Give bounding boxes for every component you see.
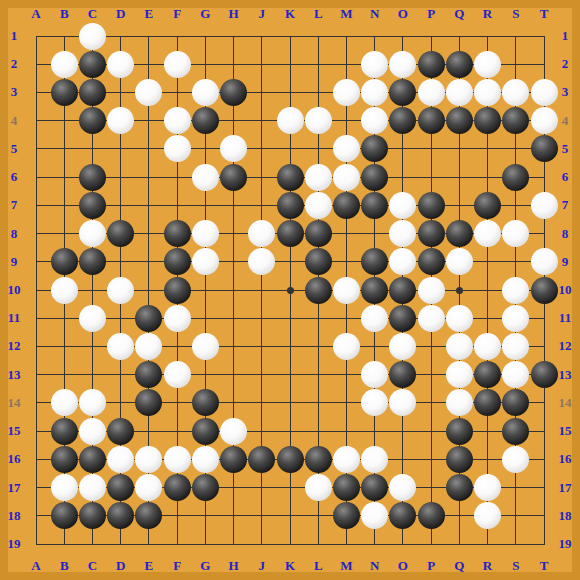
col-label-top-Q: Q bbox=[447, 7, 471, 21]
col-label-top-E: E bbox=[137, 7, 161, 21]
white-stone[interactable] bbox=[192, 248, 219, 275]
black-stone[interactable] bbox=[79, 248, 106, 275]
col-label-bottom-L: L bbox=[306, 559, 330, 573]
row-label-right-14: 14 bbox=[553, 396, 577, 410]
white-stone[interactable] bbox=[389, 51, 416, 78]
white-stone[interactable] bbox=[164, 107, 191, 134]
black-stone[interactable] bbox=[474, 361, 501, 388]
col-label-bottom-F: F bbox=[165, 559, 189, 573]
col-label-bottom-E: E bbox=[137, 559, 161, 573]
black-stone[interactable] bbox=[220, 164, 247, 191]
white-stone[interactable] bbox=[418, 79, 445, 106]
white-stone[interactable] bbox=[474, 79, 501, 106]
black-stone[interactable] bbox=[164, 220, 191, 247]
row-label-left-17: 17 bbox=[2, 481, 26, 495]
white-stone[interactable] bbox=[333, 164, 360, 191]
row-label-right-11: 11 bbox=[553, 311, 577, 325]
row-label-left-19: 19 bbox=[2, 537, 26, 551]
black-stone[interactable] bbox=[107, 474, 134, 501]
row-label-right-1: 1 bbox=[553, 29, 577, 43]
black-stone[interactable] bbox=[333, 502, 360, 529]
black-stone[interactable] bbox=[220, 446, 247, 473]
black-stone[interactable] bbox=[51, 79, 78, 106]
col-label-bottom-G: G bbox=[193, 559, 217, 573]
black-stone[interactable] bbox=[531, 277, 558, 304]
row-label-right-18: 18 bbox=[553, 509, 577, 523]
black-stone[interactable] bbox=[51, 418, 78, 445]
star-point bbox=[456, 287, 463, 294]
black-stone[interactable] bbox=[248, 446, 275, 473]
white-stone[interactable] bbox=[107, 333, 134, 360]
star-point bbox=[287, 287, 294, 294]
col-label-bottom-K: K bbox=[278, 559, 302, 573]
black-stone[interactable] bbox=[277, 164, 304, 191]
row-label-left-14: 14 bbox=[2, 396, 26, 410]
white-stone[interactable] bbox=[79, 418, 106, 445]
white-stone[interactable] bbox=[164, 446, 191, 473]
col-label-top-C: C bbox=[80, 7, 104, 21]
col-label-bottom-R: R bbox=[476, 559, 500, 573]
col-label-top-H: H bbox=[222, 7, 246, 21]
black-stone[interactable] bbox=[531, 361, 558, 388]
black-stone[interactable] bbox=[164, 474, 191, 501]
row-label-left-1: 1 bbox=[2, 29, 26, 43]
white-stone[interactable] bbox=[446, 79, 473, 106]
col-label-top-S: S bbox=[504, 7, 528, 21]
white-stone[interactable] bbox=[361, 51, 388, 78]
white-stone[interactable] bbox=[192, 164, 219, 191]
black-stone[interactable] bbox=[502, 164, 529, 191]
row-label-right-15: 15 bbox=[553, 424, 577, 438]
row-label-right-17: 17 bbox=[553, 481, 577, 495]
white-stone[interactable] bbox=[531, 248, 558, 275]
white-stone[interactable] bbox=[446, 305, 473, 332]
col-label-top-O: O bbox=[391, 7, 415, 21]
col-label-top-M: M bbox=[334, 7, 358, 21]
black-stone[interactable] bbox=[418, 248, 445, 275]
white-stone[interactable] bbox=[446, 248, 473, 275]
row-label-right-6: 6 bbox=[553, 170, 577, 184]
white-stone[interactable] bbox=[51, 474, 78, 501]
black-stone[interactable] bbox=[446, 446, 473, 473]
white-stone[interactable] bbox=[389, 192, 416, 219]
white-stone[interactable] bbox=[474, 220, 501, 247]
white-stone[interactable] bbox=[502, 305, 529, 332]
black-stone[interactable] bbox=[164, 248, 191, 275]
white-stone[interactable] bbox=[164, 305, 191, 332]
row-label-left-13: 13 bbox=[2, 368, 26, 382]
white-stone[interactable] bbox=[220, 418, 247, 445]
row-label-left-8: 8 bbox=[2, 227, 26, 241]
black-stone[interactable] bbox=[79, 164, 106, 191]
white-stone[interactable] bbox=[446, 333, 473, 360]
black-stone[interactable] bbox=[474, 107, 501, 134]
col-label-top-D: D bbox=[109, 7, 133, 21]
row-label-left-12: 12 bbox=[2, 339, 26, 353]
black-stone[interactable] bbox=[418, 107, 445, 134]
col-label-bottom-H: H bbox=[222, 559, 246, 573]
white-stone[interactable] bbox=[164, 361, 191, 388]
black-stone[interactable] bbox=[107, 418, 134, 445]
black-stone[interactable] bbox=[164, 277, 191, 304]
black-stone[interactable] bbox=[277, 220, 304, 247]
white-stone[interactable] bbox=[333, 333, 360, 360]
col-label-top-K: K bbox=[278, 7, 302, 21]
black-stone[interactable] bbox=[446, 418, 473, 445]
black-stone[interactable] bbox=[418, 192, 445, 219]
row-label-left-18: 18 bbox=[2, 509, 26, 523]
white-stone[interactable] bbox=[305, 164, 332, 191]
col-label-top-N: N bbox=[363, 7, 387, 21]
black-stone[interactable] bbox=[277, 192, 304, 219]
white-stone[interactable] bbox=[192, 220, 219, 247]
black-stone[interactable] bbox=[135, 305, 162, 332]
col-label-top-F: F bbox=[165, 7, 189, 21]
white-stone[interactable] bbox=[361, 305, 388, 332]
black-stone[interactable] bbox=[502, 418, 529, 445]
grid-line-horizontal bbox=[36, 544, 545, 545]
col-label-bottom-T: T bbox=[532, 559, 556, 573]
white-stone[interactable] bbox=[51, 277, 78, 304]
black-stone[interactable] bbox=[79, 502, 106, 529]
white-stone[interactable] bbox=[474, 51, 501, 78]
black-stone[interactable] bbox=[79, 79, 106, 106]
white-stone[interactable] bbox=[531, 192, 558, 219]
black-stone[interactable] bbox=[446, 474, 473, 501]
col-label-bottom-C: C bbox=[80, 559, 104, 573]
row-label-left-11: 11 bbox=[2, 311, 26, 325]
white-stone[interactable] bbox=[135, 446, 162, 473]
black-stone[interactable] bbox=[361, 164, 388, 191]
col-label-top-G: G bbox=[193, 7, 217, 21]
black-stone[interactable] bbox=[361, 474, 388, 501]
white-stone[interactable] bbox=[79, 220, 106, 247]
white-stone[interactable] bbox=[474, 333, 501, 360]
white-stone[interactable] bbox=[51, 389, 78, 416]
row-label-left-5: 5 bbox=[2, 142, 26, 156]
black-stone[interactable] bbox=[389, 277, 416, 304]
white-stone[interactable] bbox=[192, 79, 219, 106]
white-stone[interactable] bbox=[51, 51, 78, 78]
white-stone[interactable] bbox=[333, 277, 360, 304]
row-label-right-2: 2 bbox=[553, 57, 577, 71]
col-label-top-T: T bbox=[532, 7, 556, 21]
row-label-left-10: 10 bbox=[2, 283, 26, 297]
black-stone[interactable] bbox=[389, 305, 416, 332]
white-stone[interactable] bbox=[107, 446, 134, 473]
white-stone[interactable] bbox=[79, 474, 106, 501]
black-stone[interactable] bbox=[418, 51, 445, 78]
black-stone[interactable] bbox=[79, 51, 106, 78]
black-stone[interactable] bbox=[51, 446, 78, 473]
white-stone[interactable] bbox=[79, 305, 106, 332]
black-stone[interactable] bbox=[192, 107, 219, 134]
row-label-left-16: 16 bbox=[2, 452, 26, 466]
black-stone[interactable] bbox=[531, 135, 558, 162]
white-stone[interactable] bbox=[531, 107, 558, 134]
black-stone[interactable] bbox=[333, 192, 360, 219]
col-label-top-L: L bbox=[306, 7, 330, 21]
row-label-left-9: 9 bbox=[2, 255, 26, 269]
white-stone[interactable] bbox=[418, 305, 445, 332]
black-stone[interactable] bbox=[79, 192, 106, 219]
white-stone[interactable] bbox=[333, 79, 360, 106]
col-label-top-A: A bbox=[24, 7, 48, 21]
col-label-bottom-A: A bbox=[24, 559, 48, 573]
black-stone[interactable] bbox=[192, 474, 219, 501]
white-stone[interactable] bbox=[502, 277, 529, 304]
black-stone[interactable] bbox=[418, 220, 445, 247]
row-label-right-12: 12 bbox=[553, 339, 577, 353]
go-board[interactable]: AABBCCDDEEFFGGHHJJKKLLMMNNOOPPQQRRSSTT11… bbox=[0, 0, 580, 580]
white-stone[interactable] bbox=[474, 474, 501, 501]
white-stone[interactable] bbox=[107, 277, 134, 304]
row-label-right-19: 19 bbox=[553, 537, 577, 551]
black-stone[interactable] bbox=[79, 107, 106, 134]
white-stone[interactable] bbox=[164, 51, 191, 78]
row-label-left-15: 15 bbox=[2, 424, 26, 438]
row-label-left-4: 4 bbox=[2, 114, 26, 128]
col-label-bottom-B: B bbox=[52, 559, 76, 573]
white-stone[interactable] bbox=[305, 192, 332, 219]
col-label-bottom-N: N bbox=[363, 559, 387, 573]
col-label-bottom-M: M bbox=[334, 559, 358, 573]
white-stone[interactable] bbox=[333, 446, 360, 473]
col-label-bottom-J: J bbox=[250, 559, 274, 573]
col-label-bottom-Q: Q bbox=[447, 559, 471, 573]
white-stone[interactable] bbox=[502, 446, 529, 473]
white-stone[interactable] bbox=[277, 107, 304, 134]
row-label-left-2: 2 bbox=[2, 57, 26, 71]
row-label-right-16: 16 bbox=[553, 452, 577, 466]
white-stone[interactable] bbox=[446, 389, 473, 416]
col-label-bottom-D: D bbox=[109, 559, 133, 573]
black-stone[interactable] bbox=[51, 502, 78, 529]
white-stone[interactable] bbox=[192, 446, 219, 473]
black-stone[interactable] bbox=[446, 220, 473, 247]
col-label-top-P: P bbox=[419, 7, 443, 21]
white-stone[interactable] bbox=[418, 277, 445, 304]
white-stone[interactable] bbox=[192, 333, 219, 360]
black-stone[interactable] bbox=[333, 474, 360, 501]
black-stone[interactable] bbox=[107, 220, 134, 247]
black-stone[interactable] bbox=[361, 192, 388, 219]
black-stone[interactable] bbox=[418, 502, 445, 529]
col-label-top-R: R bbox=[476, 7, 500, 21]
black-stone[interactable] bbox=[220, 79, 247, 106]
white-stone[interactable] bbox=[502, 333, 529, 360]
black-stone[interactable] bbox=[51, 248, 78, 275]
white-stone[interactable] bbox=[446, 361, 473, 388]
black-stone[interactable] bbox=[305, 220, 332, 247]
white-stone[interactable] bbox=[361, 79, 388, 106]
black-stone[interactable] bbox=[446, 51, 473, 78]
white-stone[interactable] bbox=[79, 23, 106, 50]
col-label-bottom-S: S bbox=[504, 559, 528, 573]
black-stone[interactable] bbox=[192, 418, 219, 445]
black-stone[interactable] bbox=[361, 277, 388, 304]
white-stone[interactable] bbox=[164, 135, 191, 162]
black-stone[interactable] bbox=[79, 446, 106, 473]
white-stone[interactable] bbox=[531, 79, 558, 106]
col-label-top-B: B bbox=[52, 7, 76, 21]
black-stone[interactable] bbox=[474, 192, 501, 219]
col-label-bottom-O: O bbox=[391, 559, 415, 573]
row-label-left-3: 3 bbox=[2, 85, 26, 99]
black-stone[interactable] bbox=[305, 248, 332, 275]
white-stone[interactable] bbox=[502, 79, 529, 106]
black-stone[interactable] bbox=[305, 277, 332, 304]
row-label-left-7: 7 bbox=[2, 198, 26, 212]
black-stone[interactable] bbox=[305, 446, 332, 473]
col-label-top-J: J bbox=[250, 7, 274, 21]
row-label-left-6: 6 bbox=[2, 170, 26, 184]
col-label-bottom-P: P bbox=[419, 559, 443, 573]
white-stone[interactable] bbox=[305, 474, 332, 501]
white-stone[interactable] bbox=[107, 51, 134, 78]
black-stone[interactable] bbox=[446, 107, 473, 134]
black-stone[interactable] bbox=[192, 389, 219, 416]
row-label-right-8: 8 bbox=[553, 227, 577, 241]
white-stone[interactable] bbox=[361, 446, 388, 473]
black-stone[interactable] bbox=[277, 446, 304, 473]
white-stone[interactable] bbox=[305, 107, 332, 134]
